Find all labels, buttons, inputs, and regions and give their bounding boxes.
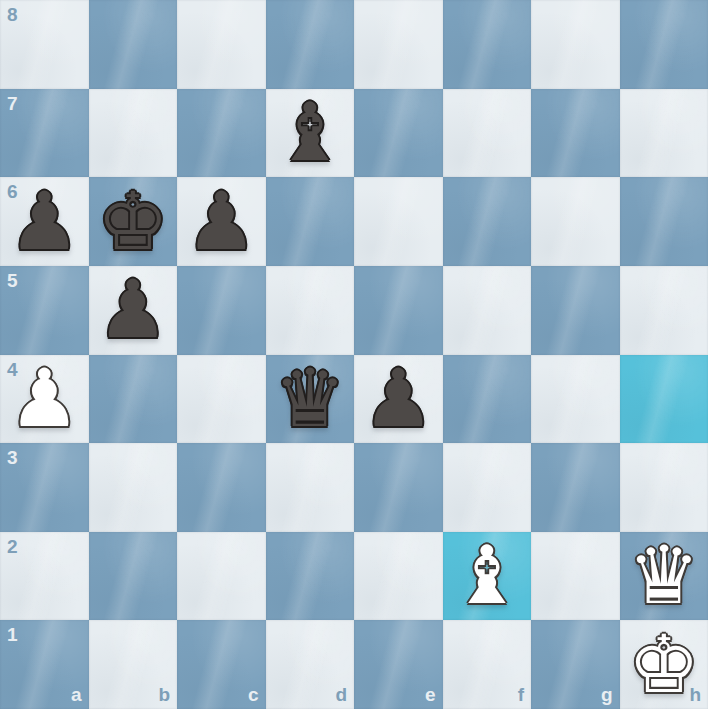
file-label-b: b (158, 684, 170, 706)
square-c3[interactable] (177, 443, 266, 532)
file-label-e: e (425, 684, 436, 706)
square-f5[interactable] (443, 266, 532, 355)
chess-board: 87♝6♟♚♟5♟4♟♛♟32♝♛1abcdefgh♚ (0, 0, 708, 709)
square-e3[interactable] (354, 443, 443, 532)
piece-white-pawn-a4[interactable]: ♟ (8, 359, 80, 439)
square-b8[interactable] (89, 0, 178, 89)
square-b6[interactable]: ♚ (89, 177, 178, 266)
square-e4[interactable]: ♟ (354, 355, 443, 444)
square-c8[interactable] (177, 0, 266, 89)
square-b3[interactable] (89, 443, 178, 532)
rank-label-1: 1 (7, 624, 18, 646)
square-d5[interactable] (266, 266, 355, 355)
square-d6[interactable] (266, 177, 355, 266)
square-a2[interactable]: 2 (0, 532, 89, 621)
file-label-a: a (71, 684, 82, 706)
square-e6[interactable] (354, 177, 443, 266)
square-f1[interactable]: f (443, 620, 532, 709)
square-a8[interactable]: 8 (0, 0, 89, 89)
square-a5[interactable]: 5 (0, 266, 89, 355)
file-label-d: d (335, 684, 347, 706)
piece-black-pawn-e4[interactable]: ♟ (362, 359, 434, 439)
square-g1[interactable]: g (531, 620, 620, 709)
square-g5[interactable] (531, 266, 620, 355)
square-h8[interactable] (620, 0, 708, 89)
piece-black-pawn-c6[interactable]: ♟ (185, 182, 257, 262)
square-g6[interactable] (531, 177, 620, 266)
square-b4[interactable] (89, 355, 178, 444)
square-e7[interactable] (354, 89, 443, 178)
square-f3[interactable] (443, 443, 532, 532)
square-h5[interactable] (620, 266, 708, 355)
square-b1[interactable]: b (89, 620, 178, 709)
square-h3[interactable] (620, 443, 708, 532)
square-d4[interactable]: ♛ (266, 355, 355, 444)
file-label-c: c (248, 684, 259, 706)
square-d1[interactable]: d (266, 620, 355, 709)
piece-black-bishop-d7[interactable]: ♝ (274, 93, 346, 173)
rank-label-3: 3 (7, 447, 18, 469)
piece-white-king-h1[interactable]: ♚ (628, 625, 700, 705)
square-c6[interactable]: ♟ (177, 177, 266, 266)
square-g4[interactable] (531, 355, 620, 444)
square-a4[interactable]: 4♟ (0, 355, 89, 444)
rank-label-8: 8 (7, 4, 18, 26)
square-e8[interactable] (354, 0, 443, 89)
piece-white-bishop-f2[interactable]: ♝ (451, 536, 523, 616)
square-g8[interactable] (531, 0, 620, 89)
square-a1[interactable]: 1a (0, 620, 89, 709)
square-f2[interactable]: ♝ (443, 532, 532, 621)
square-h7[interactable] (620, 89, 708, 178)
square-d2[interactable] (266, 532, 355, 621)
square-d7[interactable]: ♝ (266, 89, 355, 178)
piece-black-queen-d4[interactable]: ♛ (274, 359, 346, 439)
square-c1[interactable]: c (177, 620, 266, 709)
piece-black-pawn-b5[interactable]: ♟ (97, 270, 169, 350)
piece-black-king-b6[interactable]: ♚ (97, 182, 169, 262)
rank-label-7: 7 (7, 93, 18, 115)
square-e1[interactable]: e (354, 620, 443, 709)
square-h2[interactable]: ♛ (620, 532, 708, 621)
rank-label-5: 5 (7, 270, 18, 292)
square-b2[interactable] (89, 532, 178, 621)
piece-black-pawn-a6[interactable]: ♟ (8, 182, 80, 262)
square-a7[interactable]: 7 (0, 89, 89, 178)
square-b5[interactable]: ♟ (89, 266, 178, 355)
square-a3[interactable]: 3 (0, 443, 89, 532)
rank-label-2: 2 (7, 536, 18, 558)
square-b7[interactable] (89, 89, 178, 178)
square-h1[interactable]: h♚ (620, 620, 708, 709)
file-label-f: f (518, 684, 524, 706)
square-f6[interactable] (443, 177, 532, 266)
square-d8[interactable] (266, 0, 355, 89)
square-e5[interactable] (354, 266, 443, 355)
square-g7[interactable] (531, 89, 620, 178)
square-e2[interactable] (354, 532, 443, 621)
square-f4[interactable] (443, 355, 532, 444)
piece-white-queen-h2[interactable]: ♛ (628, 536, 700, 616)
square-d3[interactable] (266, 443, 355, 532)
square-c7[interactable] (177, 89, 266, 178)
square-c5[interactable] (177, 266, 266, 355)
square-h4[interactable] (620, 355, 708, 444)
square-h6[interactable] (620, 177, 708, 266)
square-f8[interactable] (443, 0, 532, 89)
square-g2[interactable] (531, 532, 620, 621)
square-c2[interactable] (177, 532, 266, 621)
square-f7[interactable] (443, 89, 532, 178)
square-g3[interactable] (531, 443, 620, 532)
square-a6[interactable]: 6♟ (0, 177, 89, 266)
square-c4[interactable] (177, 355, 266, 444)
file-label-g: g (601, 684, 613, 706)
